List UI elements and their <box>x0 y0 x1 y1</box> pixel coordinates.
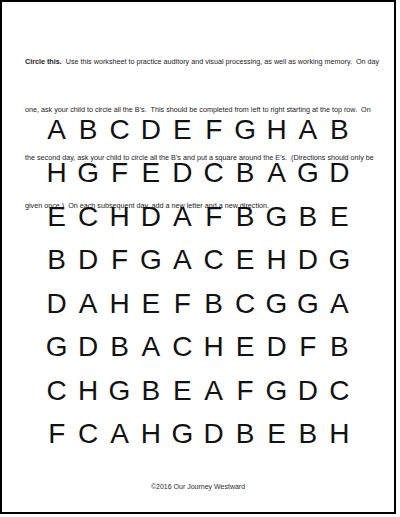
grid-cell-r8c6: D <box>198 413 229 457</box>
grid-cell-r6c8: D <box>261 326 292 370</box>
grid-cell-r8c9: B <box>292 413 323 457</box>
grid-cell-r6c5: C <box>167 326 198 370</box>
grid-cell-r3c7: B <box>229 195 260 239</box>
grid-cell-r8c8: E <box>261 413 292 457</box>
grid-cell-r8c3: A <box>104 413 135 457</box>
grid-cell-r1c8: H <box>261 108 292 152</box>
grid-cell-r3c2: C <box>72 195 103 239</box>
grid-cell-r8c5: G <box>167 413 198 457</box>
grid-cell-r1c9: A <box>292 108 323 152</box>
grid-cell-r8c2: C <box>72 413 103 457</box>
grid-cell-r8c4: H <box>135 413 166 457</box>
grid-cell-r4c5: A <box>167 239 198 283</box>
grid-cell-r3c1: E <box>41 195 72 239</box>
grid-cell-r4c10: G <box>324 239 355 283</box>
grid-cell-r7c1: C <box>41 369 72 413</box>
grid-cell-r5c9: G <box>292 282 323 326</box>
grid-cell-r6c2: D <box>72 326 103 370</box>
grid-cell-r5c10: A <box>324 282 355 326</box>
grid-cell-r2c10: D <box>324 152 355 196</box>
grid-cell-r5c7: C <box>229 282 260 326</box>
grid-cell-r7c4: B <box>135 369 166 413</box>
grid-cell-r3c6: F <box>198 195 229 239</box>
grid-cell-r1c3: C <box>104 108 135 152</box>
grid-cell-r4c9: D <box>292 239 323 283</box>
grid-cell-r6c9: F <box>292 326 323 370</box>
instructions-line-1-text: Use this worksheet to practice auditory … <box>62 57 379 66</box>
grid-cell-r5c8: G <box>261 282 292 326</box>
grid-cell-r5c1: D <box>41 282 72 326</box>
instructions-line-1: Circle this. Use this worksheet to pract… <box>25 54 381 70</box>
grid-cell-r6c6: H <box>198 326 229 370</box>
grid-cell-r2c7: B <box>229 152 260 196</box>
grid-cell-r3c4: D <box>135 195 166 239</box>
grid-cell-r4c3: F <box>104 239 135 283</box>
grid-cell-r8c7: B <box>229 413 260 457</box>
grid-cell-r7c3: G <box>104 369 135 413</box>
grid-cell-r5c2: A <box>72 282 103 326</box>
grid-cell-r3c10: E <box>324 195 355 239</box>
grid-cell-r1c6: F <box>198 108 229 152</box>
grid-cell-r1c1: A <box>41 108 72 152</box>
grid-cell-r4c4: G <box>135 239 166 283</box>
grid-cell-r2c1: H <box>41 152 72 196</box>
grid-cell-r6c4: A <box>135 326 166 370</box>
grid-cell-r3c9: B <box>292 195 323 239</box>
grid-cell-r4c2: D <box>72 239 103 283</box>
grid-cell-r8c10: H <box>324 413 355 457</box>
grid-cell-r3c5: A <box>167 195 198 239</box>
grid-cell-r1c2: B <box>72 108 103 152</box>
grid-cell-r6c7: E <box>229 326 260 370</box>
grid-cell-r4c7: E <box>229 239 260 283</box>
grid-cell-r5c3: H <box>104 282 135 326</box>
letter-grid: ABCDEFGHABHGFEDCBAGDECHDAFBGBEBDFGACEHDG… <box>41 108 355 456</box>
grid-cell-r7c9: D <box>292 369 323 413</box>
grid-cell-r6c10: B <box>324 326 355 370</box>
grid-cell-r4c8: H <box>261 239 292 283</box>
grid-cell-r7c8: G <box>261 369 292 413</box>
grid-cell-r1c5: E <box>167 108 198 152</box>
grid-cell-r8c1: F <box>41 413 72 457</box>
grid-cell-r1c4: D <box>135 108 166 152</box>
worksheet-page: Circle this. Use this worksheet to pract… <box>0 0 396 514</box>
grid-cell-r5c4: E <box>135 282 166 326</box>
grid-cell-r3c3: H <box>104 195 135 239</box>
grid-cell-r6c1: G <box>41 326 72 370</box>
grid-cell-r1c7: G <box>229 108 260 152</box>
grid-cell-r6c3: B <box>104 326 135 370</box>
grid-cell-r4c6: C <box>198 239 229 283</box>
grid-cell-r2c2: G <box>72 152 103 196</box>
grid-cell-r7c6: A <box>198 369 229 413</box>
grid-cell-r7c2: H <box>72 369 103 413</box>
grid-cell-r2c5: D <box>167 152 198 196</box>
copyright-footer: ©2016 Our Journey Westward <box>2 483 394 490</box>
instructions-title: Circle this. <box>25 57 62 66</box>
grid-cell-r2c4: E <box>135 152 166 196</box>
grid-cell-r2c3: F <box>104 152 135 196</box>
grid-cell-r7c10: C <box>324 369 355 413</box>
grid-cell-r7c5: E <box>167 369 198 413</box>
grid-cell-r5c6: B <box>198 282 229 326</box>
grid-cell-r2c6: C <box>198 152 229 196</box>
grid-cell-r2c9: G <box>292 152 323 196</box>
grid-cell-r1c10: B <box>324 108 355 152</box>
grid-cell-r5c5: F <box>167 282 198 326</box>
grid-cell-r2c8: A <box>261 152 292 196</box>
grid-cell-r7c7: F <box>229 369 260 413</box>
grid-cell-r4c1: B <box>41 239 72 283</box>
grid-cell-r3c8: G <box>261 195 292 239</box>
